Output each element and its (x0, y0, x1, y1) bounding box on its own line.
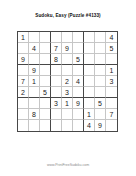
cell-r6c4 (51, 87, 62, 98)
cell-r2c1 (18, 43, 29, 54)
cell-r9c6 (73, 120, 84, 131)
cell-r7c6: 9 (73, 98, 84, 109)
cell-r7c2 (29, 98, 40, 109)
cell-r3c8 (95, 54, 106, 65)
cell-r1c4 (51, 32, 62, 43)
cell-r5c3 (40, 76, 51, 87)
cell-r7c3 (40, 98, 51, 109)
cell-r8c2: 8 (29, 109, 40, 120)
cell-r1c6 (73, 32, 84, 43)
printable-sudoku-page: Sudoku, Easy (Puzzle #4133) 144795985917… (0, 0, 136, 176)
cell-r8c5 (62, 109, 73, 120)
cell-r9c4 (51, 120, 62, 131)
cell-r8c4 (51, 109, 62, 120)
cell-r7c1 (18, 98, 29, 109)
cell-r8c3 (40, 109, 51, 120)
cell-r3c6: 5 (73, 54, 84, 65)
cell-r6c8 (95, 87, 106, 98)
cell-r3c2 (29, 54, 40, 65)
cell-r6c2 (29, 87, 40, 98)
sudoku-grid: 1447959859171243253319581749 (17, 31, 118, 132)
cell-r4c3 (40, 65, 51, 76)
cell-r1c7 (84, 32, 95, 43)
cell-r9c1 (18, 120, 29, 131)
cell-r4c2: 9 (29, 65, 40, 76)
cell-r1c2 (29, 32, 40, 43)
cell-r3c5 (62, 54, 73, 65)
cell-r5c7 (84, 76, 95, 87)
cell-r5c5: 2 (62, 76, 73, 87)
cell-r3c7 (84, 54, 95, 65)
cell-r4c6 (73, 65, 84, 76)
cell-r9c2 (29, 120, 40, 131)
cell-r2c8 (95, 43, 106, 54)
cell-r1c1: 1 (18, 32, 29, 43)
cell-r8c7: 1 (84, 109, 95, 120)
cell-r6c7 (84, 87, 95, 98)
cell-r9c7: 4 (84, 120, 95, 131)
cell-r4c1 (18, 65, 29, 76)
cell-r1c3 (40, 32, 51, 43)
cell-r2c4: 7 (51, 43, 62, 54)
cell-r3c4: 8 (51, 54, 62, 65)
cell-r2c5: 9 (62, 43, 73, 54)
cell-r5c4 (51, 76, 62, 87)
cell-r6c6 (73, 87, 84, 98)
cell-r7c4: 3 (51, 98, 62, 109)
cell-r2c2: 4 (29, 43, 40, 54)
cell-r6c1: 2 (18, 87, 29, 98)
cell-r7c8: 5 (95, 98, 106, 109)
cell-r2c9: 5 (106, 43, 117, 54)
cell-r9c5 (62, 120, 73, 131)
footer-url: www.PrintFreeSudoku.com (0, 163, 136, 168)
cell-r5c9: 3 (106, 76, 117, 87)
cell-r5c6: 4 (73, 76, 84, 87)
cell-r5c8 (95, 76, 106, 87)
cell-r2c6 (73, 43, 84, 54)
cell-r8c1 (18, 109, 29, 120)
cell-r1c5 (62, 32, 73, 43)
cell-r8c6 (73, 109, 84, 120)
cell-r5c1: 7 (18, 76, 29, 87)
cell-r4c8 (95, 65, 106, 76)
cell-r4c9: 1 (106, 65, 117, 76)
cell-r2c3 (40, 43, 51, 54)
cell-r9c3 (40, 120, 51, 131)
cell-r2c7 (84, 43, 95, 54)
cell-r4c4 (51, 65, 62, 76)
cell-r3c1: 9 (18, 54, 29, 65)
cell-r1c8 (95, 32, 106, 43)
cell-r4c5 (62, 65, 73, 76)
cell-r8c9: 7 (106, 109, 117, 120)
cell-r7c9 (106, 98, 117, 109)
cell-r1c9: 4 (106, 32, 117, 43)
cell-r6c9 (106, 87, 117, 98)
cell-r9c8: 9 (95, 120, 106, 131)
cell-r4c7 (84, 65, 95, 76)
cell-r6c3: 5 (40, 87, 51, 98)
cell-r3c3 (40, 54, 51, 65)
cell-r7c5: 1 (62, 98, 73, 109)
cell-r3c9 (106, 54, 117, 65)
cell-r8c8 (95, 109, 106, 120)
cell-r5c2: 1 (29, 76, 40, 87)
page-title: Sudoku, Easy (Puzzle #4133) (0, 13, 136, 19)
cell-r9c9 (106, 120, 117, 131)
cell-r6c5: 3 (62, 87, 73, 98)
cell-r7c7 (84, 98, 95, 109)
